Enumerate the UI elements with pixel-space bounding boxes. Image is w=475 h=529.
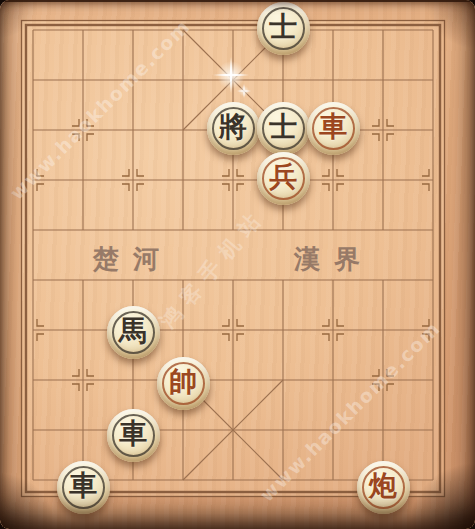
piece-glyph: 兵: [257, 152, 310, 205]
piece-black-advisor[interactable]: 士: [257, 2, 310, 55]
piece-glyph: 炮: [357, 461, 410, 514]
piece-black-general[interactable]: 將: [207, 102, 260, 155]
piece-glyph: 車: [57, 461, 110, 514]
piece-red-chariot[interactable]: 車: [307, 102, 360, 155]
piece-glyph: 馬: [107, 306, 160, 359]
piece-glyph: 車: [107, 409, 160, 462]
piece-black-chariot[interactable]: 車: [57, 461, 110, 514]
piece-glyph: 帥: [157, 357, 210, 410]
piece-red-soldier[interactable]: 兵: [257, 152, 310, 205]
piece-black-chariot[interactable]: 車: [107, 409, 160, 462]
piece-red-cannon[interactable]: 炮: [357, 461, 410, 514]
board-top-edge: [0, 0, 475, 2]
piece-glyph: 士: [257, 2, 310, 55]
xiangqi-board: 楚河 漢界 士 將 士 車 兵 馬 帥 車 車 炮 www.haokhom: [0, 0, 475, 529]
piece-black-advisor[interactable]: 士: [257, 102, 310, 155]
piece-glyph: 將: [207, 102, 260, 155]
piece-glyph: 車: [307, 102, 360, 155]
river-label-chuhe: 楚河: [93, 242, 173, 277]
board-grid: [0, 0, 475, 529]
river-label-hanjie: 漢界: [294, 242, 374, 277]
piece-red-general[interactable]: 帥: [157, 357, 210, 410]
piece-glyph: 士: [257, 102, 310, 155]
piece-black-horse[interactable]: 馬: [107, 306, 160, 359]
